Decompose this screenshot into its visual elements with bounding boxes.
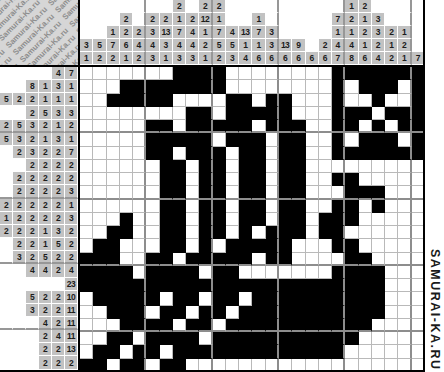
board-cell[interactable] <box>226 160 239 173</box>
board-cell[interactable] <box>120 147 133 160</box>
board-cell[interactable] <box>252 279 265 292</box>
board-cell[interactable] <box>398 253 411 266</box>
board-cell[interactable] <box>199 186 212 199</box>
board-cell[interactable] <box>93 80 106 93</box>
board-cell[interactable] <box>279 94 292 107</box>
board-cell[interactable] <box>93 120 106 133</box>
board-cell[interactable] <box>93 67 106 80</box>
board-cell[interactable] <box>279 200 292 213</box>
board-cell[interactable] <box>359 160 372 173</box>
board-cell[interactable] <box>186 186 199 199</box>
board-cell[interactable] <box>319 292 332 305</box>
board-cell[interactable] <box>133 292 146 305</box>
board-cell[interactable] <box>266 332 279 345</box>
board-cell[interactable] <box>120 107 133 120</box>
board-cell[interactable] <box>146 279 159 292</box>
board-cell[interactable] <box>279 239 292 252</box>
board-cell[interactable] <box>359 120 372 133</box>
board-cell[interactable] <box>319 173 332 186</box>
board-cell[interactable] <box>345 186 358 199</box>
board-cell[interactable] <box>213 186 226 199</box>
board-cell[interactable] <box>133 186 146 199</box>
board-cell[interactable] <box>120 160 133 173</box>
board-cell[interactable] <box>186 120 199 133</box>
board-cell[interactable] <box>292 319 305 332</box>
board-cell[interactable] <box>186 67 199 80</box>
board-cell[interactable] <box>226 80 239 93</box>
board-cell[interactable] <box>186 147 199 160</box>
board-cell[interactable] <box>199 80 212 93</box>
board-cell[interactable] <box>93 107 106 120</box>
board-cell[interactable] <box>266 345 279 358</box>
board-cell[interactable] <box>372 319 385 332</box>
board-cell[interactable] <box>292 306 305 319</box>
board-cell[interactable] <box>345 306 358 319</box>
board-cell[interactable] <box>239 80 252 93</box>
board-cell[interactable] <box>385 186 398 199</box>
board-cell[interactable] <box>292 133 305 146</box>
board-cell[interactable] <box>332 226 345 239</box>
board-cell[interactable] <box>332 107 345 120</box>
board-cell[interactable] <box>239 67 252 80</box>
board-cell[interactable] <box>146 332 159 345</box>
board-cell[interactable] <box>319 94 332 107</box>
board-cell[interactable] <box>80 253 93 266</box>
board-cell[interactable] <box>292 213 305 226</box>
board-cell[interactable] <box>359 173 372 186</box>
board-cell[interactable] <box>306 200 319 213</box>
board-cell[interactable] <box>292 292 305 305</box>
board-cell[interactable] <box>133 226 146 239</box>
board-cell[interactable] <box>266 120 279 133</box>
board-cell[interactable] <box>266 266 279 279</box>
board-cell[interactable] <box>385 80 398 93</box>
board-cell[interactable] <box>213 266 226 279</box>
board-cell[interactable] <box>398 94 411 107</box>
board-cell[interactable] <box>146 120 159 133</box>
board-cell[interactable] <box>226 253 239 266</box>
board-cell[interactable] <box>319 107 332 120</box>
board-cell[interactable] <box>173 319 186 332</box>
board-cell[interactable] <box>133 306 146 319</box>
board-cell[interactable] <box>359 147 372 160</box>
board-cell[interactable] <box>146 292 159 305</box>
board-cell[interactable] <box>306 173 319 186</box>
board-cell[interactable] <box>199 306 212 319</box>
board-cell[interactable] <box>398 226 411 239</box>
board-cell[interactable] <box>279 319 292 332</box>
board-cell[interactable] <box>398 80 411 93</box>
board-cell[interactable] <box>199 319 212 332</box>
board-cell[interactable] <box>252 253 265 266</box>
board-cell[interactable] <box>80 94 93 107</box>
board-cell[interactable] <box>398 147 411 160</box>
board-cell[interactable] <box>173 332 186 345</box>
board-cell[interactable] <box>372 186 385 199</box>
board-cell[interactable] <box>372 94 385 107</box>
board-cell[interactable] <box>226 279 239 292</box>
board-cell[interactable] <box>372 80 385 93</box>
board-cell[interactable] <box>385 306 398 319</box>
board-cell[interactable] <box>252 186 265 199</box>
board-cell[interactable] <box>266 253 279 266</box>
board-cell[interactable] <box>279 133 292 146</box>
board-cell[interactable] <box>239 147 252 160</box>
board-cell[interactable] <box>80 186 93 199</box>
board-cell[interactable] <box>239 133 252 146</box>
board-cell[interactable] <box>146 266 159 279</box>
board-cell[interactable] <box>292 80 305 93</box>
board-cell[interactable] <box>146 253 159 266</box>
board-cell[interactable] <box>186 279 199 292</box>
board-cell[interactable] <box>146 306 159 319</box>
board-cell[interactable] <box>319 332 332 345</box>
board-cell[interactable] <box>359 186 372 199</box>
board-cell[interactable] <box>120 306 133 319</box>
board-cell[interactable] <box>173 226 186 239</box>
board-cell[interactable] <box>345 332 358 345</box>
board-cell[interactable] <box>359 279 372 292</box>
board-cell[interactable] <box>186 160 199 173</box>
board-cell[interactable] <box>133 266 146 279</box>
board-cell[interactable] <box>146 67 159 80</box>
board-cell[interactable] <box>266 186 279 199</box>
board-cell[interactable] <box>306 226 319 239</box>
board-cell[interactable] <box>133 120 146 133</box>
board-cell[interactable] <box>332 332 345 345</box>
board-cell[interactable] <box>332 213 345 226</box>
board-cell[interactable] <box>226 67 239 80</box>
board-cell[interactable] <box>213 200 226 213</box>
board-cell[interactable] <box>107 253 120 266</box>
board-cell[interactable] <box>199 239 212 252</box>
board-cell[interactable] <box>80 266 93 279</box>
board-cell[interactable] <box>133 67 146 80</box>
board-cell[interactable] <box>199 213 212 226</box>
board-cell[interactable] <box>252 107 265 120</box>
board-cell[interactable] <box>385 345 398 358</box>
board-cell[interactable] <box>239 239 252 252</box>
board-cell[interactable] <box>252 173 265 186</box>
board-cell[interactable] <box>239 279 252 292</box>
board-cell[interactable] <box>186 200 199 213</box>
board-cell[interactable] <box>199 133 212 146</box>
board-cell[interactable] <box>372 173 385 186</box>
board-cell[interactable] <box>239 200 252 213</box>
board-cell[interactable] <box>239 213 252 226</box>
board-cell[interactable] <box>345 173 358 186</box>
board-cell[interactable] <box>345 266 358 279</box>
board-cell[interactable] <box>398 239 411 252</box>
board-cell[interactable] <box>385 94 398 107</box>
board-cell[interactable] <box>398 120 411 133</box>
board-cell[interactable] <box>372 120 385 133</box>
board-cell[interactable] <box>120 266 133 279</box>
board-cell[interactable] <box>385 107 398 120</box>
board-cell[interactable] <box>279 67 292 80</box>
board-cell[interactable] <box>213 253 226 266</box>
board-cell[interactable] <box>345 147 358 160</box>
board-cell[interactable] <box>292 186 305 199</box>
board-cell[interactable] <box>186 226 199 239</box>
board-cell[interactable] <box>385 133 398 146</box>
board-cell[interactable] <box>213 94 226 107</box>
board-cell[interactable] <box>173 306 186 319</box>
board-cell[interactable] <box>385 253 398 266</box>
board-cell[interactable] <box>359 306 372 319</box>
board-cell[interactable] <box>398 292 411 305</box>
board-cell[interactable] <box>146 107 159 120</box>
board-cell[interactable] <box>319 120 332 133</box>
board-cell[interactable] <box>306 279 319 292</box>
board-cell[interactable] <box>186 319 199 332</box>
board-cell[interactable] <box>146 200 159 213</box>
board-cell[interactable] <box>292 107 305 120</box>
board-cell[interactable] <box>160 213 173 226</box>
board-cell[interactable] <box>120 186 133 199</box>
board-cell[interactable] <box>332 253 345 266</box>
board-cell[interactable] <box>279 345 292 358</box>
board-cell[interactable] <box>306 107 319 120</box>
board-cell[interactable] <box>199 147 212 160</box>
board-cell[interactable] <box>173 120 186 133</box>
board-cell[interactable] <box>173 345 186 358</box>
board-cell[interactable] <box>279 266 292 279</box>
board-cell[interactable] <box>319 67 332 80</box>
board-cell[interactable] <box>213 173 226 186</box>
board-cell[interactable] <box>107 239 120 252</box>
board-cell[interactable] <box>239 120 252 133</box>
board-cell[interactable] <box>160 226 173 239</box>
board-cell[interactable] <box>199 266 212 279</box>
board-cell[interactable] <box>226 292 239 305</box>
board-cell[interactable] <box>385 67 398 80</box>
board-cell[interactable] <box>160 120 173 133</box>
board-cell[interactable] <box>80 147 93 160</box>
board-cell[interactable] <box>398 345 411 358</box>
board-cell[interactable] <box>306 186 319 199</box>
board-cell[interactable] <box>146 133 159 146</box>
board-cell[interactable] <box>173 80 186 93</box>
board-cell[interactable] <box>226 266 239 279</box>
board-cell[interactable] <box>160 319 173 332</box>
board-cell[interactable] <box>239 306 252 319</box>
board-cell[interactable] <box>133 160 146 173</box>
board-cell[interactable] <box>372 266 385 279</box>
board-cell[interactable] <box>398 200 411 213</box>
board-cell[interactable] <box>80 80 93 93</box>
board-cell[interactable] <box>107 279 120 292</box>
board-cell[interactable] <box>160 266 173 279</box>
board-cell[interactable] <box>239 186 252 199</box>
board-cell[interactable] <box>146 173 159 186</box>
board-cell[interactable] <box>292 239 305 252</box>
board-cell[interactable] <box>120 173 133 186</box>
board-cell[interactable] <box>80 160 93 173</box>
board-cell[interactable] <box>319 200 332 213</box>
board-cell[interactable] <box>226 186 239 199</box>
board-cell[interactable] <box>173 239 186 252</box>
board-cell[interactable] <box>213 120 226 133</box>
board-cell[interactable] <box>93 226 106 239</box>
board-cell[interactable] <box>80 200 93 213</box>
board-cell[interactable] <box>332 239 345 252</box>
board-cell[interactable] <box>252 67 265 80</box>
board-cell[interactable] <box>252 292 265 305</box>
board-cell[interactable] <box>160 94 173 107</box>
board-cell[interactable] <box>319 226 332 239</box>
board-cell[interactable] <box>398 213 411 226</box>
board-cell[interactable] <box>398 332 411 345</box>
board-cell[interactable] <box>133 173 146 186</box>
board-cell[interactable] <box>80 292 93 305</box>
board-cell[interactable] <box>279 173 292 186</box>
board-cell[interactable] <box>107 107 120 120</box>
board-cell[interactable] <box>133 332 146 345</box>
board-cell[interactable] <box>239 173 252 186</box>
board-cell[interactable] <box>146 319 159 332</box>
board-cell[interactable] <box>345 319 358 332</box>
board-cell[interactable] <box>306 120 319 133</box>
board-cell[interactable] <box>359 107 372 120</box>
board-cell[interactable] <box>252 306 265 319</box>
board-cell[interactable] <box>226 94 239 107</box>
board-cell[interactable] <box>93 173 106 186</box>
board-cell[interactable] <box>146 239 159 252</box>
board-cell[interactable] <box>372 160 385 173</box>
board-cell[interactable] <box>252 94 265 107</box>
board-cell[interactable] <box>107 80 120 93</box>
board-cell[interactable] <box>306 147 319 160</box>
board-cell[interactable] <box>398 319 411 332</box>
board-cell[interactable] <box>359 239 372 252</box>
board-cell[interactable] <box>319 147 332 160</box>
board-cell[interactable] <box>385 173 398 186</box>
board-cell[interactable] <box>266 239 279 252</box>
board-cell[interactable] <box>319 80 332 93</box>
board-cell[interactable] <box>160 345 173 358</box>
board-cell[interactable] <box>279 160 292 173</box>
board-cell[interactable] <box>359 94 372 107</box>
board-cell[interactable] <box>107 226 120 239</box>
board-cell[interactable] <box>252 266 265 279</box>
board-cell[interactable] <box>398 173 411 186</box>
board-cell[interactable] <box>146 345 159 358</box>
board-cell[interactable] <box>120 345 133 358</box>
board-cell[interactable] <box>359 213 372 226</box>
board-cell[interactable] <box>279 186 292 199</box>
board-cell[interactable] <box>160 147 173 160</box>
board-cell[interactable] <box>186 133 199 146</box>
board-cell[interactable] <box>93 133 106 146</box>
board-cell[interactable] <box>359 200 372 213</box>
board-cell[interactable] <box>93 279 106 292</box>
board-cell[interactable] <box>120 133 133 146</box>
board-cell[interactable] <box>239 319 252 332</box>
board-cell[interactable] <box>107 266 120 279</box>
board-cell[interactable] <box>292 345 305 358</box>
board-cell[interactable] <box>160 306 173 319</box>
board-cell[interactable] <box>93 147 106 160</box>
board-cell[interactable] <box>372 226 385 239</box>
board-cell[interactable] <box>306 332 319 345</box>
board-cell[interactable] <box>372 306 385 319</box>
board-cell[interactable] <box>93 213 106 226</box>
board-cell[interactable] <box>226 226 239 239</box>
board-cell[interactable] <box>213 226 226 239</box>
board-cell[interactable] <box>332 133 345 146</box>
board-cell[interactable] <box>107 147 120 160</box>
board-cell[interactable] <box>80 226 93 239</box>
board-cell[interactable] <box>239 266 252 279</box>
board-cell[interactable] <box>107 332 120 345</box>
board-cell[interactable] <box>80 67 93 80</box>
board-cell[interactable] <box>213 319 226 332</box>
board-cell[interactable] <box>107 345 120 358</box>
board-cell[interactable] <box>385 319 398 332</box>
board-cell[interactable] <box>93 319 106 332</box>
board-cell[interactable] <box>239 253 252 266</box>
board-cell[interactable] <box>266 279 279 292</box>
board-cell[interactable] <box>146 186 159 199</box>
board-cell[interactable] <box>213 345 226 358</box>
board-cell[interactable] <box>279 306 292 319</box>
board-cell[interactable] <box>266 94 279 107</box>
board-cell[interactable] <box>252 80 265 93</box>
board-cell[interactable] <box>226 133 239 146</box>
board-cell[interactable] <box>385 200 398 213</box>
board-cell[interactable] <box>266 306 279 319</box>
board-cell[interactable] <box>279 253 292 266</box>
board-cell[interactable] <box>359 67 372 80</box>
board-cell[interactable] <box>199 292 212 305</box>
board-cell[interactable] <box>107 94 120 107</box>
board-cell[interactable] <box>186 306 199 319</box>
board-cell[interactable] <box>398 160 411 173</box>
board-cell[interactable] <box>306 80 319 93</box>
board-cell[interactable] <box>226 306 239 319</box>
board-cell[interactable] <box>173 200 186 213</box>
board-cell[interactable] <box>372 213 385 226</box>
board-cell[interactable] <box>80 306 93 319</box>
board-cell[interactable] <box>279 332 292 345</box>
board-cell[interactable] <box>146 160 159 173</box>
board-cell[interactable] <box>306 133 319 146</box>
board-cell[interactable] <box>213 67 226 80</box>
board-cell[interactable] <box>186 213 199 226</box>
board-cell[interactable] <box>279 107 292 120</box>
board-cell[interactable] <box>133 279 146 292</box>
board-cell[interactable] <box>133 345 146 358</box>
board-cell[interactable] <box>186 107 199 120</box>
board-cell[interactable] <box>332 147 345 160</box>
board-cell[interactable] <box>319 133 332 146</box>
board-cell[interactable] <box>160 173 173 186</box>
board-cell[interactable] <box>107 133 120 146</box>
board-cell[interactable] <box>160 107 173 120</box>
board-cell[interactable] <box>266 319 279 332</box>
board-cell[interactable] <box>213 292 226 305</box>
board-cell[interactable] <box>292 160 305 173</box>
board-cell[interactable] <box>266 160 279 173</box>
board-cell[interactable] <box>199 120 212 133</box>
board-cell[interactable] <box>199 160 212 173</box>
board-cell[interactable] <box>345 226 358 239</box>
board-cell[interactable] <box>319 279 332 292</box>
board-cell[interactable] <box>173 94 186 107</box>
board-cell[interactable] <box>319 345 332 358</box>
board-cell[interactable] <box>120 94 133 107</box>
